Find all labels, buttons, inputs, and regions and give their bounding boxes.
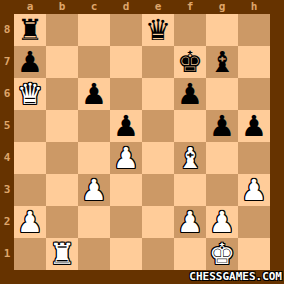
square-c6[interactable]: ♟ [78, 78, 110, 110]
square-e5[interactable] [142, 110, 174, 142]
branding-label: CHESSGAMES.COM [189, 269, 282, 284]
file-label-h: h [238, 0, 270, 14]
square-h3[interactable]: ♟ [238, 174, 270, 206]
piece-black-pawn: ♟ [209, 110, 235, 142]
square-e2[interactable] [142, 206, 174, 238]
piece-white-queen: ♛ [17, 78, 43, 110]
square-d5[interactable]: ♟ [110, 110, 142, 142]
square-h5[interactable]: ♟ [238, 110, 270, 142]
piece-black-pawn: ♟ [113, 110, 139, 142]
square-e1[interactable] [142, 238, 174, 270]
piece-white-pawn: ♟ [177, 206, 203, 238]
square-f8[interactable] [174, 14, 206, 46]
piece-white-pawn: ♟ [241, 174, 267, 206]
square-d8[interactable] [110, 14, 142, 46]
piece-white-rook: ♜ [49, 238, 75, 270]
square-d6[interactable] [110, 78, 142, 110]
piece-black-queen: ♛ [145, 14, 171, 46]
square-c8[interactable] [78, 14, 110, 46]
square-f7[interactable]: ♚ [174, 46, 206, 78]
piece-black-pawn: ♟ [17, 46, 43, 78]
square-h8[interactable] [238, 14, 270, 46]
square-c2[interactable] [78, 206, 110, 238]
piece-black-pawn: ♟ [177, 78, 203, 110]
rank-label-4: 4 [0, 142, 14, 174]
square-c5[interactable] [78, 110, 110, 142]
piece-black-bishop: ♝ [209, 46, 235, 78]
square-c7[interactable] [78, 46, 110, 78]
square-b6[interactable] [46, 78, 78, 110]
square-g8[interactable] [206, 14, 238, 46]
piece-white-bishop: ♝ [177, 142, 203, 174]
rank-label-7: 7 [0, 46, 14, 78]
square-d1[interactable] [110, 238, 142, 270]
square-a7[interactable]: ♟ [14, 46, 46, 78]
square-d7[interactable] [110, 46, 142, 78]
square-d4[interactable]: ♟ [110, 142, 142, 174]
square-a1[interactable] [14, 238, 46, 270]
square-e4[interactable] [142, 142, 174, 174]
square-g1[interactable]: ♚ [206, 238, 238, 270]
square-d2[interactable] [110, 206, 142, 238]
square-c3[interactable]: ♟ [78, 174, 110, 206]
rank-label-8: 8 [0, 14, 14, 46]
square-f2[interactable]: ♟ [174, 206, 206, 238]
square-e7[interactable] [142, 46, 174, 78]
piece-white-pawn: ♟ [17, 206, 43, 238]
rank-label-6: 6 [0, 78, 14, 110]
square-b8[interactable] [46, 14, 78, 46]
square-a2[interactable]: ♟ [14, 206, 46, 238]
square-g3[interactable] [206, 174, 238, 206]
chess-board: ♜♛♟♚♝♛♟♟♟♟♟♟♝♟♟♟♟♟♜♚ [14, 14, 270, 270]
rank-label-1: 1 [0, 238, 14, 270]
file-label-a: a [14, 0, 46, 14]
square-h6[interactable] [238, 78, 270, 110]
square-a6[interactable]: ♛ [14, 78, 46, 110]
square-b1[interactable]: ♜ [46, 238, 78, 270]
file-label-e: e [142, 0, 174, 14]
square-h4[interactable] [238, 142, 270, 174]
board-frame: abcdefgh 87654321 ♜♛♟♚♝♛♟♟♟♟♟♟♝♟♟♟♟♟♜♚ C… [0, 0, 284, 284]
square-b4[interactable] [46, 142, 78, 174]
rank-label-2: 2 [0, 206, 14, 238]
square-f5[interactable] [174, 110, 206, 142]
square-a3[interactable] [14, 174, 46, 206]
rank-label-5: 5 [0, 110, 14, 142]
piece-white-pawn: ♟ [209, 206, 235, 238]
square-h1[interactable] [238, 238, 270, 270]
square-g2[interactable]: ♟ [206, 206, 238, 238]
square-b7[interactable] [46, 46, 78, 78]
square-h7[interactable] [238, 46, 270, 78]
square-e3[interactable] [142, 174, 174, 206]
square-g7[interactable]: ♝ [206, 46, 238, 78]
piece-white-pawn: ♟ [113, 142, 139, 174]
square-f1[interactable] [174, 238, 206, 270]
file-label-b: b [46, 0, 78, 14]
square-g4[interactable] [206, 142, 238, 174]
square-d3[interactable] [110, 174, 142, 206]
square-g5[interactable]: ♟ [206, 110, 238, 142]
square-h2[interactable] [238, 206, 270, 238]
file-label-c: c [78, 0, 110, 14]
square-f6[interactable]: ♟ [174, 78, 206, 110]
square-e8[interactable]: ♛ [142, 14, 174, 46]
piece-black-rook: ♜ [17, 14, 43, 46]
piece-black-pawn: ♟ [241, 110, 267, 142]
square-a5[interactable] [14, 110, 46, 142]
square-g6[interactable] [206, 78, 238, 110]
square-c1[interactable] [78, 238, 110, 270]
square-c4[interactable] [78, 142, 110, 174]
piece-white-king: ♚ [209, 238, 235, 270]
piece-white-pawn: ♟ [81, 174, 107, 206]
square-b2[interactable] [46, 206, 78, 238]
square-f4[interactable]: ♝ [174, 142, 206, 174]
file-label-g: g [206, 0, 238, 14]
square-e6[interactable] [142, 78, 174, 110]
square-b5[interactable] [46, 110, 78, 142]
square-b3[interactable] [46, 174, 78, 206]
square-a8[interactable]: ♜ [14, 14, 46, 46]
file-label-d: d [110, 0, 142, 14]
square-a4[interactable] [14, 142, 46, 174]
piece-black-king: ♚ [177, 46, 203, 78]
piece-black-pawn: ♟ [81, 78, 107, 110]
rank-label-3: 3 [0, 174, 14, 206]
file-label-f: f [174, 0, 206, 14]
square-f3[interactable] [174, 174, 206, 206]
